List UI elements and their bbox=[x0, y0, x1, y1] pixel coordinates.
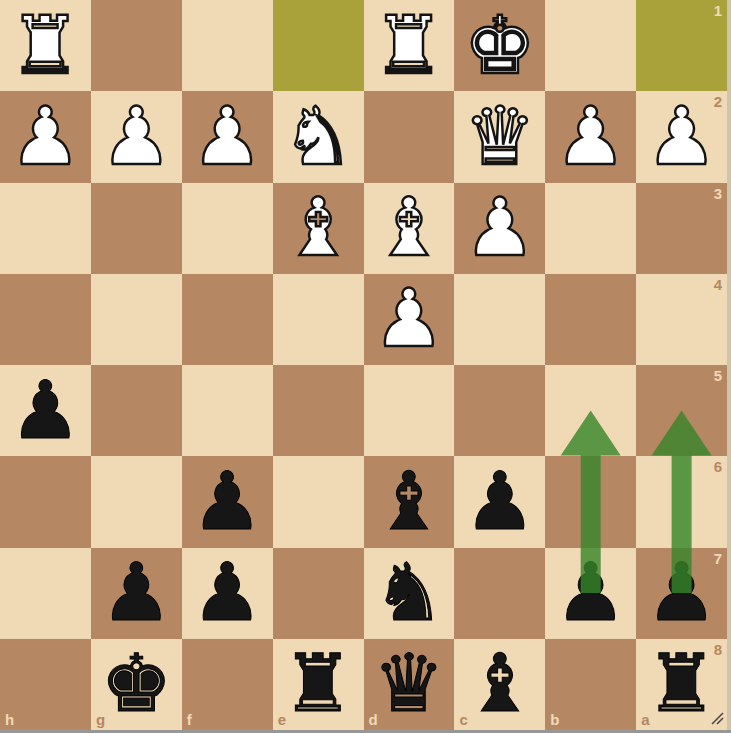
square-g3[interactable] bbox=[91, 183, 182, 274]
square-g6[interactable] bbox=[91, 456, 182, 547]
square-b6[interactable] bbox=[545, 456, 636, 547]
file-label-a: a bbox=[641, 712, 649, 727]
file-label-h: h bbox=[5, 712, 14, 727]
square-g5[interactable] bbox=[91, 365, 182, 456]
square-c3[interactable]: ♟ bbox=[454, 183, 545, 274]
square-a3[interactable]: 3 bbox=[636, 183, 727, 274]
square-b8[interactable]: b bbox=[545, 639, 636, 730]
square-c7[interactable] bbox=[454, 548, 545, 639]
square-g2[interactable]: ♟ bbox=[91, 91, 182, 182]
square-e6[interactable] bbox=[273, 456, 364, 547]
square-h7[interactable] bbox=[0, 548, 91, 639]
file-label-e: e bbox=[278, 712, 286, 727]
black-queen[interactable]: ♛ bbox=[373, 644, 445, 724]
square-e1[interactable] bbox=[273, 0, 364, 91]
square-d6[interactable]: ♝ bbox=[364, 456, 455, 547]
square-a7[interactable]: ♟7 bbox=[636, 548, 727, 639]
square-h6[interactable] bbox=[0, 456, 91, 547]
black-pawn[interactable]: ♟ bbox=[646, 553, 718, 633]
square-f8[interactable]: f bbox=[182, 639, 273, 730]
white-knight[interactable]: ♞ bbox=[282, 97, 354, 177]
square-b2[interactable]: ♟ bbox=[545, 91, 636, 182]
black-pawn[interactable]: ♟ bbox=[100, 553, 172, 633]
rank-label-2: 2 bbox=[714, 94, 722, 109]
square-h1[interactable]: ♜ bbox=[0, 0, 91, 91]
white-bishop[interactable]: ♝ bbox=[282, 188, 354, 268]
square-d2[interactable] bbox=[364, 91, 455, 182]
black-knight[interactable]: ♞ bbox=[373, 553, 445, 633]
white-king[interactable]: ♚ bbox=[464, 6, 536, 86]
black-pawn[interactable]: ♟ bbox=[191, 462, 263, 542]
black-rook[interactable]: ♜ bbox=[646, 644, 718, 724]
square-b3[interactable] bbox=[545, 183, 636, 274]
square-d3[interactable]: ♝ bbox=[364, 183, 455, 274]
square-b1[interactable] bbox=[545, 0, 636, 91]
white-rook[interactable]: ♜ bbox=[373, 6, 445, 86]
square-a1[interactable]: 1 bbox=[636, 0, 727, 91]
square-b7[interactable]: ♟ bbox=[545, 548, 636, 639]
rank-label-4: 4 bbox=[714, 277, 722, 292]
white-pawn[interactable]: ♟ bbox=[100, 97, 172, 177]
file-label-f: f bbox=[187, 712, 192, 727]
rank-label-7: 7 bbox=[714, 551, 722, 566]
square-f1[interactable] bbox=[182, 0, 273, 91]
board-right-edge bbox=[727, 0, 731, 730]
square-e2[interactable]: ♞ bbox=[273, 91, 364, 182]
file-label-b: b bbox=[550, 712, 559, 727]
black-bishop[interactable]: ♝ bbox=[464, 644, 536, 724]
square-f7[interactable]: ♟ bbox=[182, 548, 273, 639]
black-king[interactable]: ♚ bbox=[100, 644, 172, 724]
square-d8[interactable]: ♛d bbox=[364, 639, 455, 730]
square-e4[interactable] bbox=[273, 274, 364, 365]
white-pawn[interactable]: ♟ bbox=[10, 97, 82, 177]
rank-label-8: 8 bbox=[714, 642, 722, 657]
square-f5[interactable] bbox=[182, 365, 273, 456]
file-label-d: d bbox=[369, 712, 378, 727]
black-pawn[interactable]: ♟ bbox=[464, 462, 536, 542]
rank-label-3: 3 bbox=[714, 186, 722, 201]
square-b4[interactable] bbox=[545, 274, 636, 365]
square-e3[interactable]: ♝ bbox=[273, 183, 364, 274]
rank-label-1: 1 bbox=[714, 3, 722, 18]
square-h5[interactable]: ♟ bbox=[0, 365, 91, 456]
square-a4[interactable]: 4 bbox=[636, 274, 727, 365]
square-d5[interactable] bbox=[364, 365, 455, 456]
white-pawn[interactable]: ♟ bbox=[464, 188, 536, 268]
square-g4[interactable] bbox=[91, 274, 182, 365]
square-c1[interactable]: ♚ bbox=[454, 0, 545, 91]
square-f4[interactable] bbox=[182, 274, 273, 365]
resize-handle-icon[interactable] bbox=[710, 711, 724, 725]
white-rook[interactable]: ♜ bbox=[10, 6, 82, 86]
black-bishop[interactable]: ♝ bbox=[373, 462, 445, 542]
square-c8[interactable]: ♝c bbox=[454, 639, 545, 730]
black-pawn[interactable]: ♟ bbox=[10, 371, 82, 451]
square-g8[interactable]: ♚g bbox=[91, 639, 182, 730]
chess-board: ♜♜♚1♟♟♟♞♛♟♟2♝♝♟3♟4♟5♟♝♟6♟♟♞♟♟7h♚gf♜e♛d♝c… bbox=[0, 0, 731, 733]
square-d7[interactable]: ♞ bbox=[364, 548, 455, 639]
square-h3[interactable] bbox=[0, 183, 91, 274]
square-e7[interactable] bbox=[273, 548, 364, 639]
white-pawn[interactable]: ♟ bbox=[646, 97, 718, 177]
square-h4[interactable] bbox=[0, 274, 91, 365]
rank-label-5: 5 bbox=[714, 368, 722, 383]
square-g7[interactable]: ♟ bbox=[91, 548, 182, 639]
white-pawn[interactable]: ♟ bbox=[373, 279, 445, 359]
black-pawn[interactable]: ♟ bbox=[555, 553, 627, 633]
white-pawn[interactable]: ♟ bbox=[191, 97, 263, 177]
square-g1[interactable] bbox=[91, 0, 182, 91]
square-a5[interactable]: 5 bbox=[636, 365, 727, 456]
square-f3[interactable] bbox=[182, 183, 273, 274]
square-c2[interactable]: ♛ bbox=[454, 91, 545, 182]
square-h8[interactable]: h bbox=[0, 639, 91, 730]
square-c4[interactable] bbox=[454, 274, 545, 365]
white-queen[interactable]: ♛ bbox=[464, 97, 536, 177]
square-c5[interactable] bbox=[454, 365, 545, 456]
file-label-c: c bbox=[459, 712, 467, 727]
square-e5[interactable] bbox=[273, 365, 364, 456]
black-rook[interactable]: ♜ bbox=[282, 644, 354, 724]
square-f6[interactable]: ♟ bbox=[182, 456, 273, 547]
square-a2[interactable]: ♟2 bbox=[636, 91, 727, 182]
square-e8[interactable]: ♜e bbox=[273, 639, 364, 730]
black-pawn[interactable]: ♟ bbox=[191, 553, 263, 633]
square-d4[interactable]: ♟ bbox=[364, 274, 455, 365]
white-bishop[interactable]: ♝ bbox=[373, 188, 445, 268]
square-b5[interactable] bbox=[545, 365, 636, 456]
square-d1[interactable]: ♜ bbox=[364, 0, 455, 91]
square-f2[interactable]: ♟ bbox=[182, 91, 273, 182]
square-h2[interactable]: ♟ bbox=[0, 91, 91, 182]
square-c6[interactable]: ♟ bbox=[454, 456, 545, 547]
square-a6[interactable]: 6 bbox=[636, 456, 727, 547]
board-grid: ♜♜♚1♟♟♟♞♛♟♟2♝♝♟3♟4♟5♟♝♟6♟♟♞♟♟7h♚gf♜e♛d♝c… bbox=[0, 0, 727, 730]
file-label-g: g bbox=[96, 712, 105, 727]
rank-label-6: 6 bbox=[714, 459, 722, 474]
resize-handle-line bbox=[712, 713, 723, 724]
white-pawn[interactable]: ♟ bbox=[555, 97, 627, 177]
